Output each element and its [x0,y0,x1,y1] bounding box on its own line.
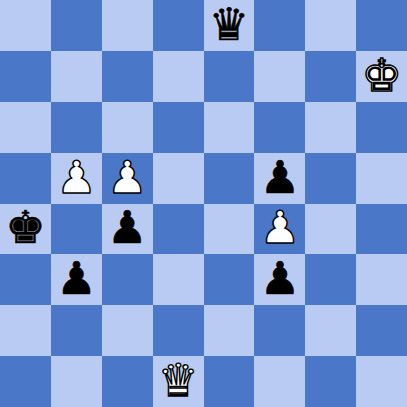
square-a2[interactable] [0,305,51,356]
square-e1[interactable] [204,356,255,407]
square-h1[interactable] [356,356,407,407]
square-f3[interactable]: ♟ [254,254,305,305]
square-c6[interactable] [102,102,153,153]
square-a4[interactable]: ♚ [0,204,51,255]
piece-white-pawn-f4[interactable]: ♟ [260,205,300,250]
square-a5[interactable] [0,153,51,204]
square-e3[interactable] [204,254,255,305]
square-a7[interactable] [0,51,51,102]
square-g5[interactable] [305,153,356,204]
square-b2[interactable] [51,305,102,356]
piece-black-pawn-f3[interactable]: ♟ [260,256,300,301]
square-g6[interactable] [305,102,356,153]
square-b8[interactable] [51,0,102,51]
square-h7[interactable]: ♚ [356,51,407,102]
square-f5[interactable]: ♟ [254,153,305,204]
square-g4[interactable] [305,204,356,255]
square-d4[interactable] [153,204,204,255]
square-e6[interactable] [204,102,255,153]
square-f1[interactable] [254,356,305,407]
square-d2[interactable] [153,305,204,356]
square-e4[interactable] [204,204,255,255]
square-c7[interactable] [102,51,153,102]
piece-white-pawn-b5[interactable]: ♟ [56,155,96,200]
piece-black-pawn-f5[interactable]: ♟ [260,155,300,200]
piece-white-king-h7[interactable]: ♚ [361,53,401,98]
square-b4[interactable] [51,204,102,255]
square-d8[interactable] [153,0,204,51]
square-b5[interactable]: ♟ [51,153,102,204]
square-f8[interactable] [254,0,305,51]
square-d1[interactable]: ♛ [153,356,204,407]
square-e7[interactable] [204,51,255,102]
piece-black-pawn-c4[interactable]: ♟ [107,205,147,250]
square-h5[interactable] [356,153,407,204]
square-c3[interactable] [102,254,153,305]
square-e8[interactable]: ♛ [204,0,255,51]
piece-white-pawn-c5[interactable]: ♟ [107,155,147,200]
square-f4[interactable]: ♟ [254,204,305,255]
chess-board: ♛♚♟♟♟♚♟♟♟♟♛ [0,0,407,407]
piece-black-queen-e8[interactable]: ♛ [209,2,249,47]
square-h6[interactable] [356,102,407,153]
square-h2[interactable] [356,305,407,356]
square-a3[interactable] [0,254,51,305]
square-b6[interactable] [51,102,102,153]
square-g7[interactable] [305,51,356,102]
square-h4[interactable] [356,204,407,255]
square-f6[interactable] [254,102,305,153]
square-e2[interactable] [204,305,255,356]
square-g1[interactable] [305,356,356,407]
square-h8[interactable] [356,0,407,51]
square-f2[interactable] [254,305,305,356]
piece-white-queen-d1[interactable]: ♛ [158,358,198,403]
piece-black-pawn-b3[interactable]: ♟ [56,256,96,301]
piece-black-king-a4[interactable]: ♚ [5,205,45,250]
square-b3[interactable]: ♟ [51,254,102,305]
square-c4[interactable]: ♟ [102,204,153,255]
square-g8[interactable] [305,0,356,51]
square-d7[interactable] [153,51,204,102]
square-b7[interactable] [51,51,102,102]
square-c2[interactable] [102,305,153,356]
square-a8[interactable] [0,0,51,51]
square-g3[interactable] [305,254,356,305]
square-e5[interactable] [204,153,255,204]
square-d3[interactable] [153,254,204,305]
square-d5[interactable] [153,153,204,204]
square-a6[interactable] [0,102,51,153]
square-c1[interactable] [102,356,153,407]
square-g2[interactable] [305,305,356,356]
square-a1[interactable] [0,356,51,407]
square-h3[interactable] [356,254,407,305]
square-b1[interactable] [51,356,102,407]
square-d6[interactable] [153,102,204,153]
square-c5[interactable]: ♟ [102,153,153,204]
square-f7[interactable] [254,51,305,102]
square-c8[interactable] [102,0,153,51]
